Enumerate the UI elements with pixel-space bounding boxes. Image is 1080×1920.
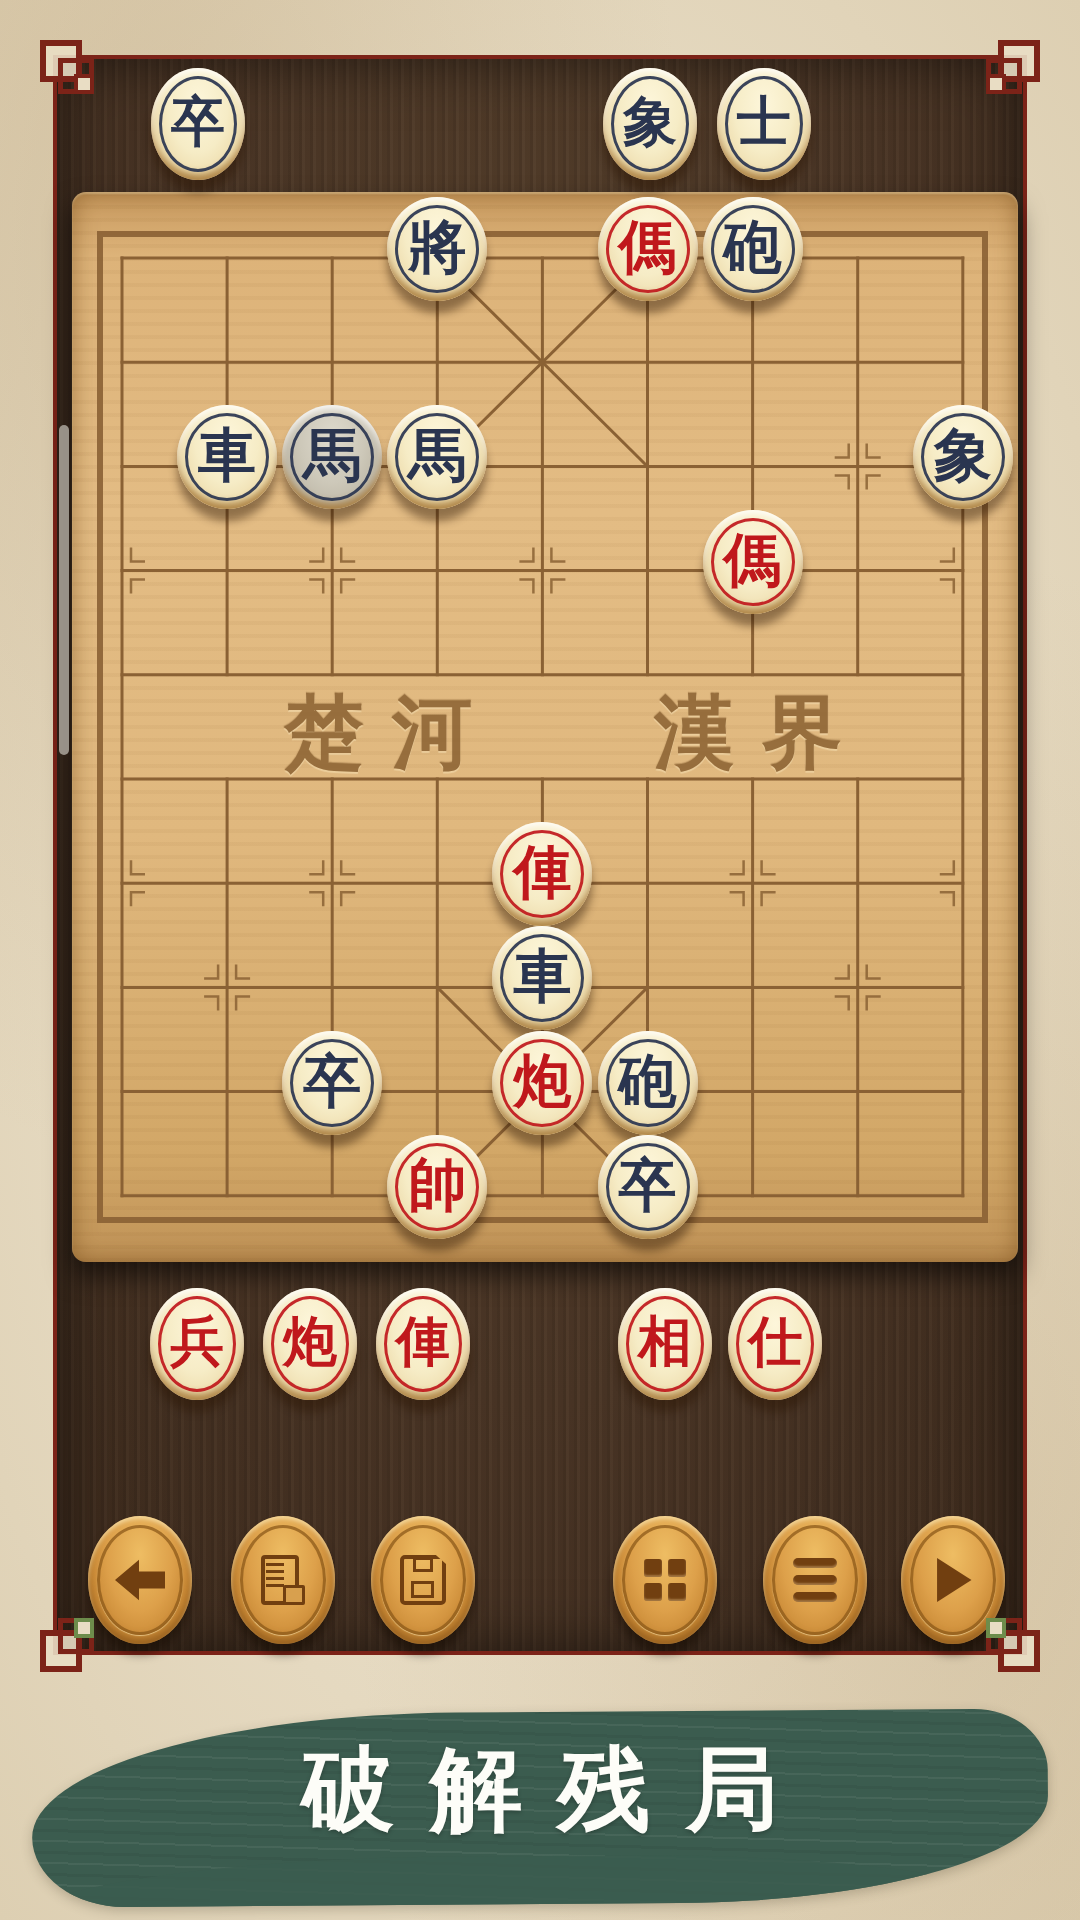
black-general[interactable]: 將 <box>387 197 487 301</box>
piece-glyph: 炮 <box>283 1315 337 1369</box>
corner-ornament-icon <box>980 1612 1040 1672</box>
play-icon <box>932 1556 974 1604</box>
scrollbar-handle[interactable] <box>59 425 69 755</box>
black-horse[interactable]: 馬 <box>387 405 487 509</box>
piece-glyph: 將 <box>408 218 466 276</box>
red-elephant[interactable]: 相 <box>618 1288 712 1400</box>
back-icon <box>115 1559 165 1601</box>
move-list-icon <box>261 1555 305 1605</box>
red-cannon[interactable]: 炮 <box>263 1288 357 1400</box>
red-advisor[interactable]: 仕 <box>728 1288 822 1400</box>
red-rook[interactable]: 俥 <box>492 822 592 926</box>
board-layout-button[interactable] <box>613 1516 717 1644</box>
save-button[interactable] <box>371 1516 475 1644</box>
black-horse-ghost[interactable]: 馬 <box>282 405 382 509</box>
piece-glyph: 仕 <box>748 1315 802 1369</box>
black-cannon[interactable]: 砲 <box>598 1031 698 1135</box>
piece-glyph: 兵 <box>170 1315 224 1369</box>
piece-glyph: 俥 <box>396 1315 450 1369</box>
red-cannon[interactable]: 炮 <box>492 1031 592 1135</box>
piece-glyph: 砲 <box>724 218 782 276</box>
river-label-left: 楚河 <box>284 680 500 788</box>
piece-glyph: 炮 <box>513 1052 571 1110</box>
red-horse[interactable]: 傌 <box>598 197 698 301</box>
piece-glyph: 士 <box>737 95 791 149</box>
piece-glyph: 卒 <box>303 1052 361 1110</box>
black-soldier[interactable]: 卒 <box>598 1135 698 1239</box>
menu-icon <box>793 1558 837 1602</box>
piece-glyph: 相 <box>638 1315 692 1369</box>
menu-button[interactable] <box>763 1516 867 1644</box>
piece-glyph: 馬 <box>303 426 361 484</box>
grid-icon <box>644 1559 686 1601</box>
piece-glyph: 砲 <box>619 1052 677 1110</box>
piece-glyph: 車 <box>513 947 571 1005</box>
back-button[interactable] <box>88 1516 192 1644</box>
red-rook[interactable]: 俥 <box>376 1288 470 1400</box>
black-soldier[interactable]: 卒 <box>151 68 245 180</box>
piece-glyph: 馬 <box>408 426 466 484</box>
black-rook[interactable]: 車 <box>177 405 277 509</box>
xiangqi-puzzle-screen: 卒象士 楚河 漢界 將傌砲車馬馬象傌俥車卒炮砲帥卒 兵炮俥相仕 破解残局 <box>0 0 1080 1920</box>
piece-glyph: 車 <box>198 426 256 484</box>
corner-ornament-icon <box>40 1612 100 1672</box>
piece-glyph: 俥 <box>513 843 571 901</box>
red-general[interactable]: 帥 <box>387 1135 487 1239</box>
black-advisor[interactable]: 士 <box>717 68 811 180</box>
banner-title: 破解残局 <box>0 1728 1080 1852</box>
piece-glyph: 卒 <box>619 1156 677 1214</box>
black-elephant[interactable]: 象 <box>603 68 697 180</box>
corner-ornament-icon <box>980 40 1040 100</box>
save-icon <box>400 1555 446 1605</box>
black-cannon[interactable]: 砲 <box>703 197 803 301</box>
piece-glyph: 傌 <box>724 531 782 589</box>
piece-glyph: 帥 <box>408 1156 466 1214</box>
red-soldier[interactable]: 兵 <box>150 1288 244 1400</box>
red-horse[interactable]: 傌 <box>703 510 803 614</box>
black-elephant[interactable]: 象 <box>913 405 1013 509</box>
river-label-right: 漢界 <box>654 680 870 788</box>
piece-glyph: 卒 <box>171 95 225 149</box>
corner-ornament-icon <box>40 40 100 100</box>
move-list-button[interactable] <box>231 1516 335 1644</box>
piece-glyph: 象 <box>934 426 992 484</box>
piece-glyph: 象 <box>623 95 677 149</box>
piece-glyph: 傌 <box>619 218 677 276</box>
black-soldier[interactable]: 卒 <box>282 1031 382 1135</box>
